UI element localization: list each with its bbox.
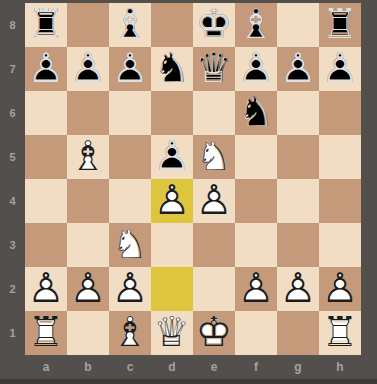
rank-label-5: 5 bbox=[0, 135, 25, 179]
square-b8[interactable] bbox=[67, 3, 109, 47]
piece-glyph-outline: ♖ bbox=[25, 310, 67, 354]
file-label-e: e bbox=[193, 355, 235, 379]
black-rook[interactable]: ♜♖ bbox=[25, 3, 67, 47]
square-d3[interactable] bbox=[151, 223, 193, 267]
white-knight[interactable]: ♞♘ bbox=[109, 223, 151, 267]
white-pawn[interactable]: ♟♙ bbox=[109, 267, 151, 311]
piece-glyph-outline: ♙ bbox=[319, 266, 361, 310]
white-king[interactable]: ♚♔ bbox=[193, 311, 235, 355]
square-e8[interactable]: ♚♔ bbox=[193, 3, 235, 47]
file-label-f: f bbox=[235, 355, 277, 379]
file-label-g: g bbox=[277, 355, 319, 379]
file-coordinates: abcdefgh bbox=[25, 355, 361, 379]
piece-glyph-outline: ♙ bbox=[193, 178, 235, 222]
square-g7[interactable]: ♟♙ bbox=[277, 47, 319, 91]
black-king[interactable]: ♚♔ bbox=[193, 3, 235, 47]
piece-glyph-outline: ♗ bbox=[235, 2, 277, 46]
piece-glyph-outline: ♙ bbox=[277, 46, 319, 90]
black-bishop[interactable]: ♝♗ bbox=[109, 3, 151, 47]
white-rook[interactable]: ♜♖ bbox=[319, 311, 361, 355]
black-knight[interactable]: ♞♘ bbox=[235, 91, 277, 135]
piece-glyph-outline: ♔ bbox=[193, 310, 235, 354]
white-pawn[interactable]: ♟♙ bbox=[235, 267, 277, 311]
square-f7[interactable]: ♟♙ bbox=[235, 47, 277, 91]
white-pawn[interactable]: ♟♙ bbox=[277, 267, 319, 311]
square-b4[interactable] bbox=[67, 179, 109, 223]
black-pawn[interactable]: ♟♙ bbox=[319, 47, 361, 91]
square-b3[interactable] bbox=[67, 223, 109, 267]
file-label-d: d bbox=[151, 355, 193, 379]
square-h2[interactable]: ♟♙ bbox=[319, 267, 361, 311]
rank-label-1: 1 bbox=[0, 311, 25, 355]
square-d4[interactable]: ♟♙ bbox=[151, 179, 193, 223]
square-b7[interactable]: ♟♙ bbox=[67, 47, 109, 91]
square-e7[interactable]: ♛♕ bbox=[193, 47, 235, 91]
square-h3[interactable] bbox=[319, 223, 361, 267]
chess-board-panel: 87654321 ♜♖♝♗♚♔♝♗♜♖♟♙♟♙♟♙♞♘♛♕♟♙♟♙♟♙♞♘♝♗♟… bbox=[0, 0, 377, 384]
file-label-b: b bbox=[67, 355, 109, 379]
black-rook[interactable]: ♜♖ bbox=[319, 3, 361, 47]
piece-glyph-outline: ♖ bbox=[319, 2, 361, 46]
chess-board[interactable]: ♜♖♝♗♚♔♝♗♜♖♟♙♟♙♟♙♞♘♛♕♟♙♟♙♟♙♞♘♝♗♟♙♞♘♟♙♟♙♞♘… bbox=[25, 3, 361, 355]
square-h1[interactable]: ♜♖ bbox=[319, 311, 361, 355]
piece-glyph-outline: ♘ bbox=[109, 222, 151, 266]
rank-label-3: 3 bbox=[0, 223, 25, 267]
white-pawn[interactable]: ♟♙ bbox=[193, 179, 235, 223]
white-pawn[interactable]: ♟♙ bbox=[151, 179, 193, 223]
square-b2[interactable]: ♟♙ bbox=[67, 267, 109, 311]
piece-glyph-outline: ♗ bbox=[109, 2, 151, 46]
square-f3[interactable] bbox=[235, 223, 277, 267]
white-bishop[interactable]: ♝♗ bbox=[109, 311, 151, 355]
square-e4[interactable]: ♟♙ bbox=[193, 179, 235, 223]
file-label-h: h bbox=[319, 355, 361, 379]
square-a4[interactable] bbox=[25, 179, 67, 223]
piece-glyph-outline: ♔ bbox=[193, 2, 235, 46]
square-c5[interactable] bbox=[109, 135, 151, 179]
square-h7[interactable]: ♟♙ bbox=[319, 47, 361, 91]
square-f4[interactable] bbox=[235, 179, 277, 223]
piece-glyph-outline: ♙ bbox=[25, 46, 67, 90]
white-pawn[interactable]: ♟♙ bbox=[319, 267, 361, 311]
black-bishop[interactable]: ♝♗ bbox=[235, 3, 277, 47]
piece-glyph-outline: ♕ bbox=[193, 46, 235, 90]
white-rook[interactable]: ♜♖ bbox=[25, 311, 67, 355]
square-d8[interactable] bbox=[151, 3, 193, 47]
piece-glyph-outline: ♙ bbox=[109, 266, 151, 310]
bottom-edge bbox=[0, 379, 377, 384]
rank-coordinates: 87654321 bbox=[0, 3, 25, 355]
square-h4[interactable] bbox=[319, 179, 361, 223]
square-g8[interactable] bbox=[277, 3, 319, 47]
black-pawn[interactable]: ♟♙ bbox=[67, 47, 109, 91]
piece-glyph-outline: ♘ bbox=[193, 134, 235, 178]
piece-glyph-outline: ♙ bbox=[109, 46, 151, 90]
square-b5[interactable]: ♝♗ bbox=[67, 135, 109, 179]
rank-label-8: 8 bbox=[0, 3, 25, 47]
square-f8[interactable]: ♝♗ bbox=[235, 3, 277, 47]
square-a7[interactable]: ♟♙ bbox=[25, 47, 67, 91]
black-queen[interactable]: ♛♕ bbox=[193, 47, 235, 91]
square-f1[interactable] bbox=[235, 311, 277, 355]
file-label-c: c bbox=[109, 355, 151, 379]
piece-glyph-outline: ♕ bbox=[151, 310, 193, 354]
square-a5[interactable] bbox=[25, 135, 67, 179]
piece-glyph-outline: ♗ bbox=[67, 134, 109, 178]
square-e5[interactable]: ♞♘ bbox=[193, 135, 235, 179]
black-pawn[interactable]: ♟♙ bbox=[151, 135, 193, 179]
square-g2[interactable]: ♟♙ bbox=[277, 267, 319, 311]
square-a6[interactable] bbox=[25, 91, 67, 135]
black-pawn[interactable]: ♟♙ bbox=[277, 47, 319, 91]
square-a8[interactable]: ♜♖ bbox=[25, 3, 67, 47]
square-g5[interactable] bbox=[277, 135, 319, 179]
piece-glyph-outline: ♙ bbox=[235, 46, 277, 90]
square-c1[interactable]: ♝♗ bbox=[109, 311, 151, 355]
square-e6[interactable] bbox=[193, 91, 235, 135]
white-pawn[interactable]: ♟♙ bbox=[67, 267, 109, 311]
white-pawn[interactable]: ♟♙ bbox=[25, 267, 67, 311]
square-d5[interactable]: ♟♙ bbox=[151, 135, 193, 179]
piece-glyph-outline: ♙ bbox=[151, 178, 193, 222]
white-knight[interactable]: ♞♘ bbox=[193, 135, 235, 179]
piece-glyph-outline: ♘ bbox=[235, 90, 277, 134]
piece-glyph-outline: ♖ bbox=[319, 310, 361, 354]
square-c2[interactable]: ♟♙ bbox=[109, 267, 151, 311]
square-c3[interactable]: ♞♘ bbox=[109, 223, 151, 267]
rank-label-6: 6 bbox=[0, 91, 25, 135]
piece-glyph-outline: ♗ bbox=[109, 310, 151, 354]
square-f5[interactable] bbox=[235, 135, 277, 179]
square-e2[interactable] bbox=[193, 267, 235, 311]
piece-glyph-outline: ♙ bbox=[151, 134, 193, 178]
piece-glyph-outline: ♘ bbox=[151, 46, 193, 90]
white-bishop[interactable]: ♝♗ bbox=[67, 135, 109, 179]
piece-glyph-outline: ♙ bbox=[67, 46, 109, 90]
piece-glyph-outline: ♙ bbox=[25, 266, 67, 310]
square-b6[interactable] bbox=[67, 91, 109, 135]
square-g4[interactable] bbox=[277, 179, 319, 223]
square-d7[interactable]: ♞♘ bbox=[151, 47, 193, 91]
rank-label-2: 2 bbox=[0, 267, 25, 311]
rank-label-4: 4 bbox=[0, 179, 25, 223]
black-knight[interactable]: ♞♘ bbox=[151, 47, 193, 91]
square-g1[interactable] bbox=[277, 311, 319, 355]
square-c6[interactable] bbox=[109, 91, 151, 135]
square-c4[interactable] bbox=[109, 179, 151, 223]
square-c8[interactable]: ♝♗ bbox=[109, 3, 151, 47]
square-b1[interactable] bbox=[67, 311, 109, 355]
black-pawn[interactable]: ♟♙ bbox=[25, 47, 67, 91]
square-d6[interactable] bbox=[151, 91, 193, 135]
square-f2[interactable]: ♟♙ bbox=[235, 267, 277, 311]
square-a3[interactable] bbox=[25, 223, 67, 267]
black-pawn[interactable]: ♟♙ bbox=[109, 47, 151, 91]
square-d1[interactable]: ♛♕ bbox=[151, 311, 193, 355]
square-h5[interactable] bbox=[319, 135, 361, 179]
piece-glyph-outline: ♖ bbox=[25, 2, 67, 46]
black-pawn[interactable]: ♟♙ bbox=[235, 47, 277, 91]
rank-label-7: 7 bbox=[0, 47, 25, 91]
piece-glyph-outline: ♙ bbox=[67, 266, 109, 310]
square-f6[interactable]: ♞♘ bbox=[235, 91, 277, 135]
square-h8[interactable]: ♜♖ bbox=[319, 3, 361, 47]
square-h6[interactable] bbox=[319, 91, 361, 135]
square-c7[interactable]: ♟♙ bbox=[109, 47, 151, 91]
square-g6[interactable] bbox=[277, 91, 319, 135]
piece-glyph-outline: ♙ bbox=[235, 266, 277, 310]
piece-glyph-outline: ♙ bbox=[277, 266, 319, 310]
square-a1[interactable]: ♜♖ bbox=[25, 311, 67, 355]
square-g3[interactable] bbox=[277, 223, 319, 267]
square-d2[interactable] bbox=[151, 267, 193, 311]
white-queen[interactable]: ♛♕ bbox=[151, 311, 193, 355]
file-label-a: a bbox=[25, 355, 67, 379]
piece-glyph-outline: ♙ bbox=[319, 46, 361, 90]
square-e3[interactable] bbox=[193, 223, 235, 267]
square-e1[interactable]: ♚♔ bbox=[193, 311, 235, 355]
square-a2[interactable]: ♟♙ bbox=[25, 267, 67, 311]
